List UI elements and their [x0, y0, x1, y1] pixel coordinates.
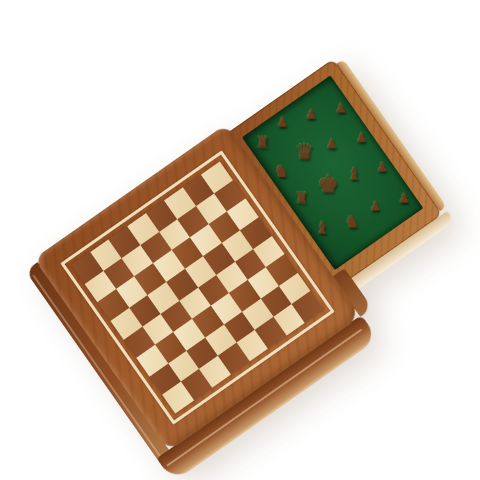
drawer-piece-king[interactable]: ♚ [317, 172, 339, 196]
drawer-piece-rook[interactable]: ♜ [255, 135, 269, 151]
drawer-piece-queen[interactable]: ♛ [294, 141, 314, 163]
drawer-piece-pawn[interactable]: ♟ [355, 131, 367, 144]
drawer-piece-knight[interactable]: ♞ [273, 162, 288, 179]
drawer-piece-pawn[interactable]: ♟ [305, 107, 317, 120]
drawer-piece-pawn[interactable]: ♟ [398, 191, 410, 204]
drawer-piece-pawn[interactable]: ♟ [369, 199, 381, 212]
drawer-piece-bishop[interactable]: ♝ [314, 219, 329, 236]
chess-box-scene: ♜♞♜♝♟♛♚♞♟♟♝♟♟♟♟♟ [33, 123, 360, 450]
drawer-piece-knight[interactable]: ♞ [344, 213, 359, 230]
drawer-piece-pawn[interactable]: ♟ [326, 137, 338, 150]
drawer-piece-pawn[interactable]: ♟ [376, 160, 388, 173]
drawer-piece-rook[interactable]: ♜ [294, 190, 308, 206]
drawer-piece-pawn[interactable]: ♟ [276, 115, 288, 128]
drawer-piece-pawn[interactable]: ♟ [335, 101, 347, 114]
product-photo-stage: ♜♞♜♝♟♛♚♞♟♟♝♟♟♟♟♟ [0, 0, 480, 480]
drawer-piece-bishop[interactable]: ♝ [346, 165, 361, 182]
